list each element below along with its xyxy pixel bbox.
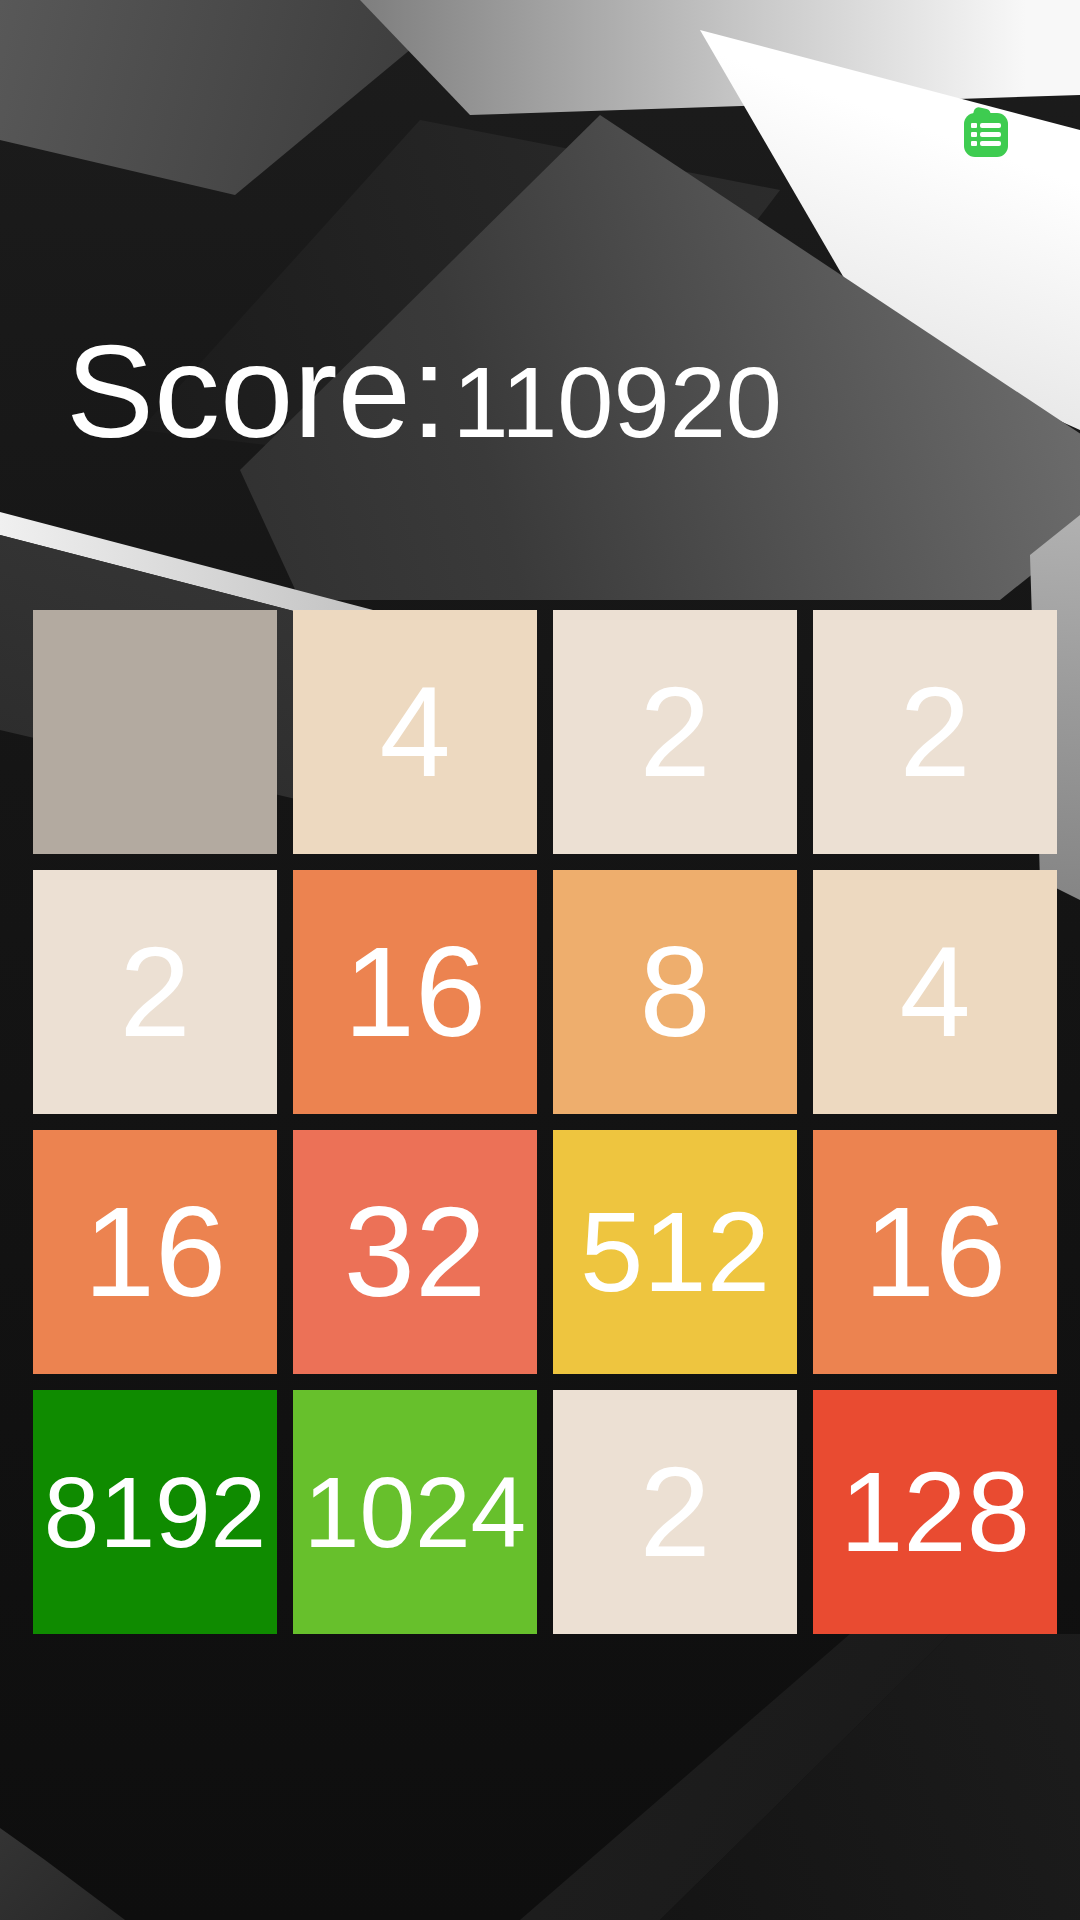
board-grid[interactable]: 42221684163251216819210242128 [33, 610, 1057, 1634]
game-screen: Score: 110920 42221684163251216819210242… [0, 0, 1080, 1920]
tile-16: 16 [813, 1130, 1057, 1374]
tile-32: 32 [293, 1130, 537, 1374]
score-value: 110920 [453, 352, 783, 453]
list-line [971, 141, 1001, 146]
tile-16: 16 [293, 870, 537, 1114]
list-icon [964, 113, 1008, 157]
tile-4: 4 [293, 610, 537, 854]
menu-button[interactable] [961, 106, 1011, 162]
tile-4: 4 [813, 870, 1057, 1114]
score-label: Score: [66, 326, 448, 458]
tile-1024: 1024 [293, 1390, 537, 1634]
list-line [971, 132, 1001, 137]
tile-8192: 8192 [33, 1390, 277, 1634]
tile-2: 2 [33, 870, 277, 1114]
tile-128: 128 [813, 1390, 1057, 1634]
tile-2: 2 [553, 610, 797, 854]
tile-2: 2 [813, 610, 1057, 854]
tile-8: 8 [553, 870, 797, 1114]
empty-cell [33, 610, 277, 854]
list-icon-bump [971, 106, 991, 125]
tile-16: 16 [33, 1130, 277, 1374]
tile-512: 512 [553, 1130, 797, 1374]
list-line [971, 123, 1001, 128]
score-display: Score: 110920 [66, 326, 782, 458]
tile-2: 2 [553, 1390, 797, 1634]
